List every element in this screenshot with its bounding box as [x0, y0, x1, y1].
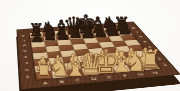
- chess-set-photo: AABBCCDDEEFFGGHH8877665544332211 ♜♞♝♛♚♝♞…: [0, 0, 180, 91]
- piece-black-pawn-c7[interactable]: ♟: [56, 26, 71, 42]
- piece-white-rook-a1[interactable]: ♜: [34, 59, 54, 82]
- pieces-layer: ♜♞♝♛♚♝♞♜♟♟♟♟♟♟♟♟♟♟♟♟♟♟♟♟♜♞♝♛♚♝♞♜: [0, 0, 180, 91]
- piece-black-pawn-a7[interactable]: ♟: [30, 28, 44, 44]
- piece-black-pawn-b7[interactable]: ♟: [43, 27, 57, 43]
